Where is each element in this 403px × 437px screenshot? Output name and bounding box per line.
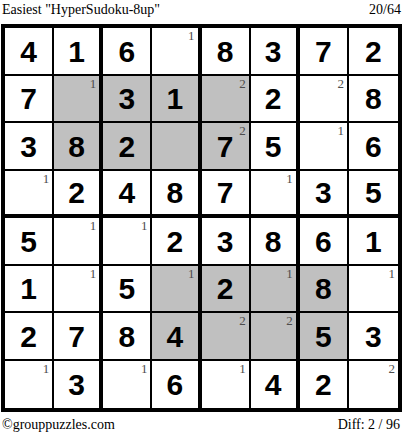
cell-r7c2[interactable]: 7 — [54, 313, 103, 361]
cell-r1c1[interactable]: 4 — [5, 28, 54, 76]
cell-r8c7[interactable]: 2 — [300, 361, 349, 409]
given-digit: 8 — [365, 84, 382, 114]
given-digit: 2 — [217, 274, 234, 304]
given-digit: 6 — [315, 227, 332, 257]
given-digit: 4 — [265, 370, 282, 400]
cell-r4c5[interactable]: 7 — [202, 171, 251, 219]
board: 4161837271312228382725161248713551123861… — [1, 24, 402, 412]
given-digit: 7 — [20, 84, 37, 114]
cell-r3c1[interactable]: 3 — [5, 123, 54, 171]
cell-r7c7[interactable]: 5 — [300, 313, 349, 361]
cell-r5c2[interactable]: 1 — [54, 218, 103, 266]
player-mark: 1 — [337, 123, 344, 138]
cell-r8c8[interactable]: 2 — [349, 361, 398, 409]
cell-r2c6[interactable]: 2 — [251, 76, 300, 124]
cell-r1c2[interactable]: 1 — [54, 28, 103, 76]
given-digit: 7 — [315, 37, 332, 67]
player-mark: 2 — [337, 76, 344, 91]
player-mark: 2 — [389, 361, 396, 376]
cell-r6c2[interactable]: 1 — [54, 266, 103, 314]
player-mark: 1 — [286, 171, 293, 186]
cell-r7c5[interactable]: 2 — [202, 313, 251, 361]
given-digit: 2 — [365, 37, 382, 67]
player-mark: 1 — [90, 218, 97, 233]
given-digit: 6 — [118, 37, 135, 67]
cell-r8c6[interactable]: 4 — [251, 361, 300, 409]
cell-r2c5[interactable]: 2 — [202, 76, 251, 124]
cell-r6c7[interactable]: 8 — [300, 266, 349, 314]
page-footer: ©grouppuzzles.com Diff: 2 / 96 — [2, 416, 400, 434]
cell-r1c3[interactable]: 6 — [103, 28, 152, 76]
given-digit: 4 — [118, 178, 135, 208]
cell-r4c4[interactable]: 8 — [152, 171, 201, 219]
cell-r1c5[interactable]: 8 — [202, 28, 251, 76]
given-digit: 4 — [167, 322, 184, 352]
given-digit: 1 — [20, 274, 37, 304]
cell-r6c6[interactable]: 1 — [251, 266, 300, 314]
cell-r7c8[interactable]: 3 — [349, 313, 398, 361]
cell-r2c8[interactable]: 8 — [349, 76, 398, 124]
given-digit: 3 — [217, 227, 234, 257]
cell-r3c4[interactable] — [152, 123, 201, 171]
given-digit: 3 — [365, 322, 382, 352]
given-digit: 7 — [217, 132, 234, 162]
given-digit: 2 — [265, 84, 282, 114]
cell-r4c1[interactable]: 1 — [5, 171, 54, 219]
cell-r6c5[interactable]: 2 — [202, 266, 251, 314]
cell-r2c4[interactable]: 1 — [152, 76, 201, 124]
given-digit: 6 — [167, 370, 184, 400]
cell-r8c3[interactable]: 1 — [103, 361, 152, 409]
given-digit: 2 — [315, 370, 332, 400]
given-digit: 6 — [365, 132, 382, 162]
cell-r2c3[interactable]: 3 — [103, 76, 152, 124]
puzzle-title: Easiest "HyperSudoku-8up" — [2, 1, 160, 19]
cell-r2c1[interactable]: 7 — [5, 76, 54, 124]
cell-r6c4[interactable]: 1 — [152, 266, 201, 314]
given-digit: 5 — [265, 132, 282, 162]
given-digit: 3 — [315, 178, 332, 208]
cell-r6c1[interactable]: 1 — [5, 266, 54, 314]
cell-r3c2[interactable]: 8 — [54, 123, 103, 171]
given-digit: 5 — [365, 178, 382, 208]
cell-r3c8[interactable]: 6 — [349, 123, 398, 171]
given-digit: 2 — [167, 227, 184, 257]
cell-r3c5[interactable]: 72 — [202, 123, 251, 171]
given-digit: 3 — [118, 84, 135, 114]
given-digit: 2 — [68, 178, 85, 208]
given-digit: 2 — [118, 132, 135, 162]
cell-r5c6[interactable]: 8 — [251, 218, 300, 266]
player-mark: 1 — [239, 361, 246, 376]
cell-r4c3[interactable]: 4 — [103, 171, 152, 219]
player-mark: 1 — [389, 266, 396, 281]
cell-r3c6[interactable]: 5 — [251, 123, 300, 171]
given-digit: 5 — [20, 227, 37, 257]
given-digit: 1 — [167, 84, 184, 114]
player-mark: 1 — [141, 361, 148, 376]
cell-r8c4[interactable]: 6 — [152, 361, 201, 409]
given-digit: 5 — [315, 322, 332, 352]
cell-r7c3[interactable]: 8 — [103, 313, 152, 361]
cell-r7c4[interactable]: 4 — [152, 313, 201, 361]
given-digit: 2 — [20, 322, 37, 352]
given-digit: 4 — [20, 37, 37, 67]
puzzle-counter: 20/64 — [369, 1, 401, 19]
given-digit: 3 — [20, 132, 37, 162]
given-digit: 7 — [217, 178, 234, 208]
player-mark: 1 — [286, 266, 293, 281]
player-mark: 1 — [141, 218, 148, 233]
given-digit: 3 — [68, 370, 85, 400]
given-digit: 7 — [68, 322, 85, 352]
cell-r3c7[interactable]: 1 — [300, 123, 349, 171]
given-digit: 5 — [118, 274, 135, 304]
cell-r8c5[interactable]: 1 — [202, 361, 251, 409]
cell-r1c4[interactable]: 1 — [152, 28, 201, 76]
player-mark: 2 — [239, 123, 246, 138]
cell-r1c8[interactable]: 2 — [349, 28, 398, 76]
given-digit: 8 — [217, 37, 234, 67]
given-digit: 8 — [118, 322, 135, 352]
page-header: Easiest "HyperSudoku-8up" 20/64 — [2, 1, 401, 22]
cell-r5c3[interactable]: 1 — [103, 218, 152, 266]
given-digit: 8 — [315, 274, 332, 304]
cell-r7c1[interactable]: 2 — [5, 313, 54, 361]
cell-r2c2[interactable]: 1 — [54, 76, 103, 124]
difficulty-text: Diff: 2 / 96 — [338, 417, 400, 433]
cell-r5c5[interactable]: 3 — [202, 218, 251, 266]
cell-r4c2[interactable]: 2 — [54, 171, 103, 219]
cell-r3c3[interactable]: 2 — [103, 123, 152, 171]
player-mark: 1 — [188, 28, 195, 43]
cell-r5c7[interactable]: 6 — [300, 218, 349, 266]
cell-r2c7[interactable]: 2 — [300, 76, 349, 124]
cell-r4c7[interactable]: 3 — [300, 171, 349, 219]
player-mark: 1 — [90, 76, 97, 91]
copyright-text: ©grouppuzzles.com — [2, 417, 115, 433]
player-mark: 1 — [90, 266, 97, 281]
cell-r8c2[interactable]: 3 — [54, 361, 103, 409]
player-mark: 1 — [43, 171, 50, 186]
cell-r1c6[interactable]: 3 — [251, 28, 300, 76]
cell-r4c8[interactable]: 5 — [349, 171, 398, 219]
cell-r5c4[interactable]: 2 — [152, 218, 201, 266]
player-mark: 1 — [43, 361, 50, 376]
player-mark: 2 — [239, 313, 246, 328]
cell-r5c8[interactable]: 1 — [349, 218, 398, 266]
cell-r7c6[interactable]: 2 — [251, 313, 300, 361]
cell-r1c7[interactable]: 7 — [300, 28, 349, 76]
player-mark: 1 — [188, 266, 195, 281]
given-digit: 1 — [68, 37, 85, 67]
given-digit: 8 — [265, 227, 282, 257]
player-mark: 2 — [239, 76, 246, 91]
given-digit: 8 — [68, 132, 85, 162]
cell-r8c1[interactable]: 1 — [5, 361, 54, 409]
cell-r6c3[interactable]: 5 — [103, 266, 152, 314]
given-digit: 1 — [365, 227, 382, 257]
cell-r6c8[interactable]: 1 — [349, 266, 398, 314]
cell-r5c1[interactable]: 5 — [5, 218, 54, 266]
given-digit: 8 — [167, 178, 184, 208]
player-mark: 2 — [286, 313, 293, 328]
given-digit: 3 — [265, 37, 282, 67]
cell-r4c6[interactable]: 1 — [251, 171, 300, 219]
